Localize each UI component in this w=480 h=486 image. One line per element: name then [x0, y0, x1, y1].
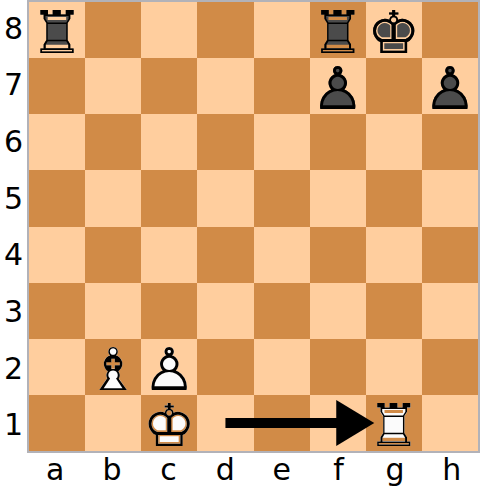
square-h5[interactable]	[422, 170, 478, 226]
square-d4[interactable]	[197, 227, 253, 283]
black-rook-a8: ♜♖	[29, 2, 85, 58]
bishop-icon-outline: ♗	[87, 340, 140, 399]
black-rook-f8: ♜♖	[310, 2, 366, 58]
rook-icon-outline: ♖	[367, 396, 420, 455]
rank-labels: 87654321	[0, 0, 27, 453]
square-h8[interactable]	[422, 2, 478, 58]
square-d8[interactable]	[197, 2, 253, 58]
square-d3[interactable]	[197, 283, 253, 339]
square-b7[interactable]	[85, 58, 141, 114]
square-f4[interactable]	[310, 227, 366, 283]
square-e7[interactable]	[254, 58, 310, 114]
square-a6[interactable]	[29, 114, 85, 170]
square-b2[interactable]: ♝♗	[85, 339, 141, 395]
square-g5[interactable]	[366, 170, 422, 226]
square-c5[interactable]	[141, 170, 197, 226]
square-g7[interactable]	[366, 58, 422, 114]
square-b6[interactable]	[85, 114, 141, 170]
square-g3[interactable]	[366, 283, 422, 339]
square-f3[interactable]	[310, 283, 366, 339]
square-f7[interactable]: ♟♙	[310, 58, 366, 114]
rook-icon-outline: ♖	[31, 3, 84, 62]
square-d5[interactable]	[197, 170, 253, 226]
square-c6[interactable]	[141, 114, 197, 170]
black-pawn-f7: ♟♙	[310, 58, 366, 114]
file-label-b: b	[84, 453, 141, 486]
file-label-c: c	[140, 453, 197, 486]
white-rook-g1: ♜♖	[366, 395, 422, 451]
pawn-icon-outline: ♙	[423, 59, 476, 118]
chess-diagram: 87654321 ♜♖♜♖♚♔♟♙♟♙♝♗♟♙♚♔♜♖ abcdefgh	[0, 0, 480, 486]
rank-label-6: 6	[0, 113, 27, 170]
square-g8[interactable]: ♚♔	[366, 2, 422, 58]
square-f5[interactable]	[310, 170, 366, 226]
square-b3[interactable]	[85, 283, 141, 339]
king-icon-outline: ♔	[143, 396, 196, 455]
file-label-h: h	[423, 453, 480, 486]
square-e4[interactable]	[254, 227, 310, 283]
square-e8[interactable]	[254, 2, 310, 58]
square-h1[interactable]	[422, 395, 478, 451]
square-b8[interactable]	[85, 2, 141, 58]
square-e6[interactable]	[254, 114, 310, 170]
rank-label-8: 8	[0, 0, 27, 57]
square-e5[interactable]	[254, 170, 310, 226]
file-label-a: a	[27, 453, 84, 486]
square-c8[interactable]	[141, 2, 197, 58]
square-c3[interactable]	[141, 283, 197, 339]
square-a4[interactable]	[29, 227, 85, 283]
king-icon-outline: ♔	[367, 3, 420, 62]
square-g2[interactable]	[366, 339, 422, 395]
square-c2[interactable]: ♟♙	[141, 339, 197, 395]
rank-label-3: 3	[0, 283, 27, 340]
square-f1[interactable]	[310, 395, 366, 451]
rank-label-1: 1	[0, 396, 27, 453]
rank-label-4: 4	[0, 227, 27, 284]
square-c7[interactable]	[141, 58, 197, 114]
white-bishop-b2: ♝♗	[85, 339, 141, 395]
square-a7[interactable]	[29, 58, 85, 114]
square-b1[interactable]	[85, 395, 141, 451]
file-labels: abcdefgh	[27, 453, 480, 486]
square-a5[interactable]	[29, 170, 85, 226]
black-pawn-h7: ♟♙	[422, 58, 478, 114]
rank-label-5: 5	[0, 170, 27, 227]
square-c1[interactable]: ♚♔	[141, 395, 197, 451]
square-d7[interactable]	[197, 58, 253, 114]
file-label-f: f	[310, 453, 367, 486]
square-g4[interactable]	[366, 227, 422, 283]
square-b4[interactable]	[85, 227, 141, 283]
rank-label-2: 2	[0, 340, 27, 397]
rank-label-7: 7	[0, 57, 27, 114]
square-g6[interactable]	[366, 114, 422, 170]
white-king-c1: ♚♔	[141, 395, 197, 451]
square-h2[interactable]	[422, 339, 478, 395]
file-label-d: d	[197, 453, 254, 486]
white-pawn-c2: ♟♙	[141, 339, 197, 395]
square-a2[interactable]	[29, 339, 85, 395]
square-a3[interactable]	[29, 283, 85, 339]
square-f6[interactable]	[310, 114, 366, 170]
square-e3[interactable]	[254, 283, 310, 339]
square-a8[interactable]: ♜♖	[29, 2, 85, 58]
pawn-icon-outline: ♙	[311, 59, 364, 118]
square-a1[interactable]	[29, 395, 85, 451]
square-f8[interactable]: ♜♖	[310, 2, 366, 58]
square-f2[interactable]	[310, 339, 366, 395]
square-c4[interactable]	[141, 227, 197, 283]
square-e1[interactable]	[254, 395, 310, 451]
chess-board: ♜♖♜♖♚♔♟♙♟♙♝♗♟♙♚♔♜♖	[27, 0, 480, 453]
file-label-e: e	[254, 453, 311, 486]
black-king-g8: ♚♔	[366, 2, 422, 58]
square-g1[interactable]: ♜♖	[366, 395, 422, 451]
file-label-g: g	[367, 453, 424, 486]
square-b5[interactable]	[85, 170, 141, 226]
square-h6[interactable]	[422, 114, 478, 170]
square-e2[interactable]	[254, 339, 310, 395]
square-d1[interactable]	[197, 395, 253, 451]
square-h7[interactable]: ♟♙	[422, 58, 478, 114]
square-d2[interactable]	[197, 339, 253, 395]
square-h4[interactable]	[422, 227, 478, 283]
square-d6[interactable]	[197, 114, 253, 170]
square-h3[interactable]	[422, 283, 478, 339]
